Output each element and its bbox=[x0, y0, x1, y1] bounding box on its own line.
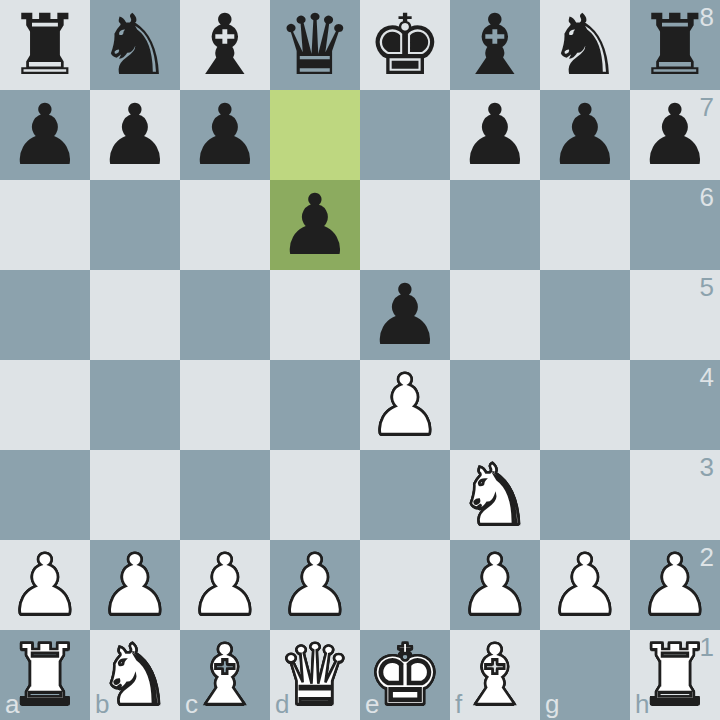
rank-label-8: 8 bbox=[700, 4, 714, 30]
square-f2[interactable]: ♟ bbox=[450, 540, 540, 630]
square-a1[interactable]: ♜a bbox=[0, 630, 90, 720]
piece-black-bishop[interactable]: ♝ bbox=[450, 0, 540, 90]
square-f1[interactable]: ♝f bbox=[450, 630, 540, 720]
piece-black-pawn[interactable]: ♟ bbox=[270, 180, 360, 270]
square-h5[interactable]: 5 bbox=[630, 270, 720, 360]
square-g5[interactable] bbox=[540, 270, 630, 360]
file-label-b: b bbox=[95, 691, 109, 717]
piece-black-pawn[interactable]: ♟ bbox=[0, 90, 90, 180]
piece-white-bishop[interactable]: ♝ bbox=[450, 630, 540, 720]
square-d6[interactable]: ♟ bbox=[270, 180, 360, 270]
file-label-d: d bbox=[275, 691, 289, 717]
square-c7[interactable]: ♟ bbox=[180, 90, 270, 180]
piece-white-pawn[interactable]: ♟ bbox=[450, 540, 540, 630]
piece-white-pawn[interactable]: ♟ bbox=[0, 540, 90, 630]
square-g4[interactable] bbox=[540, 360, 630, 450]
chess-board: ♜♞♝♛♚♝♞♜8♟♟♟♟♟♟7♟6♟5♟4♞3♟♟♟♟♟♟♟2♜a♞b♝c♛d… bbox=[0, 0, 720, 720]
square-e7[interactable] bbox=[360, 90, 450, 180]
square-f4[interactable] bbox=[450, 360, 540, 450]
square-a4[interactable] bbox=[0, 360, 90, 450]
square-c8[interactable]: ♝ bbox=[180, 0, 270, 90]
rank-label-7: 7 bbox=[700, 94, 714, 120]
piece-white-pawn[interactable]: ♟ bbox=[180, 540, 270, 630]
square-a2[interactable]: ♟ bbox=[0, 540, 90, 630]
square-b6[interactable] bbox=[90, 180, 180, 270]
square-e2[interactable] bbox=[360, 540, 450, 630]
square-e6[interactable] bbox=[360, 180, 450, 270]
square-d8[interactable]: ♛ bbox=[270, 0, 360, 90]
square-e5[interactable]: ♟ bbox=[360, 270, 450, 360]
piece-black-pawn[interactable]: ♟ bbox=[180, 90, 270, 180]
square-f7[interactable]: ♟ bbox=[450, 90, 540, 180]
file-label-a: a bbox=[5, 691, 19, 717]
square-d1[interactable]: ♛d bbox=[270, 630, 360, 720]
square-a8[interactable]: ♜ bbox=[0, 0, 90, 90]
square-b2[interactable]: ♟ bbox=[90, 540, 180, 630]
square-h7[interactable]: ♟7 bbox=[630, 90, 720, 180]
square-h4[interactable]: 4 bbox=[630, 360, 720, 450]
square-g3[interactable] bbox=[540, 450, 630, 540]
square-c3[interactable] bbox=[180, 450, 270, 540]
square-d3[interactable] bbox=[270, 450, 360, 540]
square-h2[interactable]: ♟2 bbox=[630, 540, 720, 630]
square-d4[interactable] bbox=[270, 360, 360, 450]
rank-label-6: 6 bbox=[700, 184, 714, 210]
rank-label-5: 5 bbox=[700, 274, 714, 300]
file-label-c: c bbox=[185, 691, 198, 717]
rank-label-2: 2 bbox=[700, 544, 714, 570]
rank-label-3: 3 bbox=[700, 454, 714, 480]
piece-black-bishop[interactable]: ♝ bbox=[180, 0, 270, 90]
square-b5[interactable] bbox=[90, 270, 180, 360]
piece-black-knight[interactable]: ♞ bbox=[540, 0, 630, 90]
square-e3[interactable] bbox=[360, 450, 450, 540]
square-b1[interactable]: ♞b bbox=[90, 630, 180, 720]
square-c5[interactable] bbox=[180, 270, 270, 360]
square-e1[interactable]: ♚e bbox=[360, 630, 450, 720]
square-b4[interactable] bbox=[90, 360, 180, 450]
piece-black-pawn[interactable]: ♟ bbox=[90, 90, 180, 180]
square-b8[interactable]: ♞ bbox=[90, 0, 180, 90]
square-c6[interactable] bbox=[180, 180, 270, 270]
piece-white-pawn[interactable]: ♟ bbox=[270, 540, 360, 630]
piece-white-pawn[interactable]: ♟ bbox=[540, 540, 630, 630]
square-a7[interactable]: ♟ bbox=[0, 90, 90, 180]
file-label-g: g bbox=[545, 691, 559, 717]
square-f6[interactable] bbox=[450, 180, 540, 270]
file-label-e: e bbox=[365, 691, 379, 717]
file-label-f: f bbox=[455, 691, 462, 717]
square-g6[interactable] bbox=[540, 180, 630, 270]
square-b7[interactable]: ♟ bbox=[90, 90, 180, 180]
piece-white-knight[interactable]: ♞ bbox=[450, 450, 540, 540]
square-f8[interactable]: ♝ bbox=[450, 0, 540, 90]
piece-black-queen[interactable]: ♛ bbox=[270, 0, 360, 90]
square-d7[interactable] bbox=[270, 90, 360, 180]
square-h8[interactable]: ♜8 bbox=[630, 0, 720, 90]
square-e4[interactable]: ♟ bbox=[360, 360, 450, 450]
square-g7[interactable]: ♟ bbox=[540, 90, 630, 180]
square-f3[interactable]: ♞ bbox=[450, 450, 540, 540]
square-a5[interactable] bbox=[0, 270, 90, 360]
square-h6[interactable]: 6 bbox=[630, 180, 720, 270]
piece-black-pawn[interactable]: ♟ bbox=[540, 90, 630, 180]
square-g8[interactable]: ♞ bbox=[540, 0, 630, 90]
square-f5[interactable] bbox=[450, 270, 540, 360]
square-a3[interactable] bbox=[0, 450, 90, 540]
square-a6[interactable] bbox=[0, 180, 90, 270]
square-h1[interactable]: ♜h1 bbox=[630, 630, 720, 720]
piece-black-pawn[interactable]: ♟ bbox=[360, 270, 450, 360]
square-c4[interactable] bbox=[180, 360, 270, 450]
square-c2[interactable]: ♟ bbox=[180, 540, 270, 630]
square-g2[interactable]: ♟ bbox=[540, 540, 630, 630]
rank-label-4: 4 bbox=[700, 364, 714, 390]
square-b3[interactable] bbox=[90, 450, 180, 540]
piece-black-king[interactable]: ♚ bbox=[360, 0, 450, 90]
piece-black-pawn[interactable]: ♟ bbox=[450, 90, 540, 180]
square-h3[interactable]: 3 bbox=[630, 450, 720, 540]
square-d2[interactable]: ♟ bbox=[270, 540, 360, 630]
piece-black-knight[interactable]: ♞ bbox=[90, 0, 180, 90]
piece-white-pawn[interactable]: ♟ bbox=[360, 360, 450, 450]
file-label-h: h bbox=[635, 691, 649, 717]
square-g1[interactable]: g bbox=[540, 630, 630, 720]
square-c1[interactable]: ♝c bbox=[180, 630, 270, 720]
square-d5[interactable] bbox=[270, 270, 360, 360]
piece-white-pawn[interactable]: ♟ bbox=[90, 540, 180, 630]
rank-label-1: 1 bbox=[700, 634, 714, 660]
piece-black-rook[interactable]: ♜ bbox=[0, 0, 90, 90]
square-e8[interactable]: ♚ bbox=[360, 0, 450, 90]
